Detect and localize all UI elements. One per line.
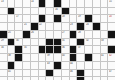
grid-cell[interactable]: 36 — [62, 46, 69, 53]
grid-cell[interactable]: 34 — [0, 46, 7, 53]
clue-number: 47 — [109, 70, 112, 73]
clue-number: 39 — [47, 54, 50, 57]
black-cell — [70, 46, 77, 53]
grid-cell[interactable] — [46, 8, 53, 15]
grid-cell[interactable]: 47 — [108, 70, 115, 77]
grid-cell[interactable] — [0, 8, 7, 15]
grid-cell[interactable] — [23, 15, 30, 22]
grid-cell[interactable] — [101, 15, 108, 22]
grid-cell[interactable] — [62, 0, 69, 7]
black-cell — [54, 0, 61, 7]
black-cell — [77, 70, 84, 77]
clue-number: 29 — [1, 39, 4, 42]
black-cell — [46, 39, 53, 46]
grid-cell[interactable] — [62, 23, 69, 30]
clue-number: 41 — [101, 54, 104, 57]
grid-cell[interactable] — [39, 31, 46, 38]
grid-cell[interactable] — [85, 77, 92, 80]
grid-cell[interactable] — [0, 54, 7, 61]
grid-cell[interactable] — [62, 70, 69, 77]
grid-cell[interactable] — [77, 0, 84, 7]
grid-cell[interactable] — [15, 23, 22, 30]
black-cell — [8, 62, 15, 69]
black-cell — [39, 0, 46, 7]
grid-cell[interactable] — [0, 62, 7, 69]
grid-cell[interactable]: 20 — [108, 15, 115, 22]
clue-number: 46 — [70, 70, 73, 73]
grid-cell[interactable] — [70, 15, 77, 22]
clue-number: 37 — [78, 46, 81, 49]
clue-number: 44 — [70, 62, 73, 65]
grid-cell[interactable] — [101, 0, 108, 7]
grid-cell[interactable] — [93, 54, 100, 61]
grid-cell[interactable] — [93, 31, 100, 38]
grid-cell[interactable] — [85, 70, 92, 77]
black-cell — [8, 8, 15, 15]
clue-number: 22 — [39, 23, 42, 26]
grid-cell[interactable] — [31, 46, 38, 53]
grid-cell[interactable]: 32 — [85, 39, 92, 46]
grid-cell[interactable]: 14 — [31, 0, 38, 7]
grid-cell[interactable] — [46, 15, 53, 22]
grid-cell[interactable] — [0, 15, 7, 22]
grid-cell[interactable] — [77, 62, 84, 69]
grid-cell[interactable]: 29 — [0, 39, 7, 46]
grid-cell[interactable] — [39, 54, 46, 61]
grid-cell[interactable] — [31, 15, 38, 22]
grid-cell[interactable] — [8, 23, 15, 30]
black-cell — [0, 31, 7, 38]
grid-cell[interactable] — [101, 23, 108, 30]
clue-number: 35 — [24, 46, 27, 49]
clue-number: 18 — [62, 15, 65, 18]
grid-cell[interactable] — [39, 70, 46, 77]
grid-cell[interactable] — [70, 39, 77, 46]
clue-number: 36 — [62, 46, 65, 49]
crossword-screenshot: 1314151617181920212223242526272829303132… — [0, 0, 115, 80]
black-cell — [62, 8, 69, 15]
grid-cell[interactable] — [8, 77, 15, 80]
grid-cell[interactable] — [46, 31, 53, 38]
grid-cell[interactable]: 23 — [70, 23, 77, 30]
grid-cell[interactable] — [70, 8, 77, 15]
clue-number: 23 — [70, 23, 73, 26]
grid-cell[interactable] — [23, 54, 30, 61]
grid-cell[interactable] — [108, 77, 115, 80]
black-cell — [15, 46, 22, 53]
clue-number: 31 — [62, 39, 65, 42]
grid-cell[interactable] — [0, 23, 7, 30]
grid-cell[interactable]: 13 — [0, 0, 7, 7]
clue-number: 42 — [109, 54, 112, 57]
clue-number: 40 — [62, 54, 65, 57]
grid-cell[interactable] — [15, 8, 22, 15]
black-cell — [15, 54, 22, 61]
clue-number: 14 — [31, 0, 34, 3]
grid-cell[interactable] — [23, 70, 30, 77]
grid-cell[interactable] — [93, 15, 100, 22]
grid-cell[interactable]: 39 — [46, 54, 53, 61]
grid-cell[interactable] — [93, 46, 100, 53]
black-cell — [108, 46, 115, 53]
clue-number: 21 — [24, 23, 27, 26]
clue-number: 20 — [109, 15, 112, 18]
grid-cell[interactable] — [31, 54, 38, 61]
clue-number: 45 — [8, 70, 11, 73]
grid-cell[interactable]: 17 — [15, 15, 22, 22]
grid-cell[interactable] — [54, 54, 61, 61]
grid-cell[interactable] — [108, 39, 115, 46]
grid-cell[interactable] — [31, 77, 38, 80]
black-cell — [85, 54, 92, 61]
grid-cell[interactable]: 45 — [8, 70, 15, 77]
grid-cell[interactable] — [93, 62, 100, 69]
grid-cell[interactable] — [39, 8, 46, 15]
grid-cell[interactable] — [101, 31, 108, 38]
clue-number: 30 — [16, 39, 19, 42]
black-cell — [108, 31, 115, 38]
clue-number: 16 — [55, 8, 58, 11]
grid-cell[interactable]: 18 — [62, 15, 69, 22]
grid-cell[interactable] — [62, 77, 69, 80]
black-cell — [70, 54, 77, 61]
black-cell — [85, 15, 92, 22]
grid-cell[interactable] — [23, 8, 30, 15]
grid-cell[interactable] — [31, 39, 38, 46]
black-cell — [54, 62, 61, 69]
black-cell — [31, 23, 38, 30]
grid-cell[interactable]: 37 — [77, 46, 84, 53]
grid-cell[interactable] — [23, 77, 30, 80]
grid-cell[interactable]: 28 — [77, 31, 84, 38]
black-cell — [77, 77, 84, 80]
grid-cell[interactable] — [15, 77, 22, 80]
grid-cell[interactable]: 35 — [23, 46, 30, 53]
grid-cell[interactable]: 21 — [23, 23, 30, 30]
clue-number: 13 — [1, 0, 4, 3]
grid-cell[interactable]: 38 — [8, 54, 15, 61]
grid-cell[interactable] — [46, 77, 53, 80]
grid-cell[interactable]: 19 — [77, 15, 84, 22]
black-cell — [8, 39, 15, 46]
grid-cell[interactable]: 22 — [39, 23, 46, 30]
grid-cell[interactable] — [101, 8, 108, 15]
grid-cell[interactable] — [93, 77, 100, 80]
grid-cell[interactable] — [70, 0, 77, 7]
grid-cell[interactable] — [70, 77, 77, 80]
grid-cell[interactable] — [0, 77, 7, 80]
grid-cell[interactable]: 16 — [54, 8, 61, 15]
clue-number: 34 — [1, 46, 4, 49]
grid-cell[interactable]: 27 — [62, 31, 69, 38]
grid-cell[interactable] — [54, 23, 61, 30]
grid-cell[interactable] — [85, 8, 92, 15]
grid-cell[interactable] — [93, 39, 100, 46]
grid-cell[interactable]: 15 — [108, 0, 115, 7]
grid-cell[interactable]: 30 — [15, 39, 22, 46]
black-cell — [77, 39, 84, 46]
grid-cell[interactable] — [93, 0, 100, 7]
grid-cell[interactable]: 24 — [85, 23, 92, 30]
grid-cell[interactable] — [77, 8, 84, 15]
clue-number: 24 — [86, 23, 89, 26]
grid-cell[interactable] — [31, 70, 38, 77]
grid-cell[interactable] — [46, 23, 53, 30]
black-cell — [77, 23, 84, 30]
grid-cell[interactable]: 40 — [62, 54, 69, 61]
grid-cell[interactable] — [46, 0, 53, 7]
grid-cell[interactable]: 31 — [62, 39, 69, 46]
clue-number: 19 — [78, 15, 81, 18]
grid-cell[interactable] — [8, 15, 15, 22]
clue-number: 38 — [8, 54, 11, 57]
grid-cell[interactable] — [93, 8, 100, 15]
grid-cell[interactable] — [39, 77, 46, 80]
grid-cell[interactable] — [39, 39, 46, 46]
grid-cell[interactable]: 43 — [46, 62, 53, 69]
black-cell — [46, 70, 53, 77]
grid-cell[interactable] — [54, 77, 61, 80]
clue-number: 25 — [8, 31, 11, 34]
clue-number: 43 — [47, 62, 50, 65]
grid-cell[interactable] — [8, 46, 15, 53]
black-cell — [39, 15, 46, 22]
grid-cell[interactable] — [8, 0, 15, 7]
grid-cell[interactable] — [85, 46, 92, 53]
grid-cell[interactable] — [101, 77, 108, 80]
grid-cell[interactable] — [101, 46, 108, 53]
grid-cell[interactable] — [39, 62, 46, 69]
grid-cell[interactable] — [15, 70, 22, 77]
clue-number: 32 — [86, 39, 89, 42]
grid-cell[interactable] — [77, 54, 84, 61]
black-cell — [54, 15, 61, 22]
crossword-grid: 1314151617181920212223242526272829303132… — [0, 0, 115, 80]
black-cell — [46, 46, 53, 53]
grid-cell[interactable] — [108, 23, 115, 30]
grid-cell[interactable] — [31, 8, 38, 15]
grid-cell[interactable] — [0, 70, 7, 77]
grid-cell[interactable] — [85, 31, 92, 38]
grid-cell[interactable] — [101, 70, 108, 77]
grid-cell[interactable] — [23, 0, 30, 7]
grid-cell[interactable] — [62, 62, 69, 69]
grid-cell[interactable] — [15, 62, 22, 69]
grid-cell[interactable]: 44 — [70, 62, 77, 69]
grid-cell[interactable]: 46 — [70, 70, 77, 77]
grid-cell[interactable] — [101, 62, 108, 69]
grid-cell[interactable] — [108, 62, 115, 69]
grid-cell[interactable] — [85, 62, 92, 69]
black-cell — [54, 46, 61, 53]
grid-cell[interactable] — [31, 62, 38, 69]
black-cell — [54, 39, 61, 46]
black-cell — [39, 46, 46, 53]
grid-cell[interactable] — [108, 8, 115, 15]
clue-number: 28 — [78, 31, 81, 34]
grid-cell[interactable] — [93, 70, 100, 77]
black-cell — [23, 31, 30, 38]
grid-cell[interactable] — [15, 31, 22, 38]
black-cell — [93, 23, 100, 30]
grid-cell[interactable] — [23, 62, 30, 69]
grid-cell[interactable] — [54, 31, 61, 38]
grid-cell[interactable] — [54, 70, 61, 77]
clue-number: 17 — [16, 15, 19, 18]
grid-cell[interactable]: 33 — [101, 39, 108, 46]
grid-cell[interactable] — [15, 0, 22, 7]
grid-cell[interactable] — [23, 39, 30, 46]
clue-number: 26 — [31, 31, 34, 34]
clue-number: 15 — [109, 0, 112, 3]
grid-cell[interactable] — [85, 0, 92, 7]
grid-cell[interactable]: 42 — [108, 54, 115, 61]
black-cell — [70, 31, 77, 38]
grid-cell[interactable]: 26 — [31, 31, 38, 38]
clue-number: 33 — [101, 39, 104, 42]
clue-number: 27 — [62, 31, 65, 34]
grid-cell[interactable]: 25 — [8, 31, 15, 38]
grid-cell[interactable]: 41 — [101, 54, 108, 61]
